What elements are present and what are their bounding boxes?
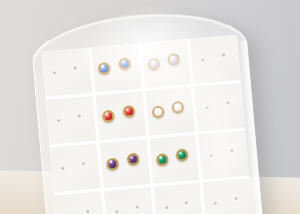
display-cell xyxy=(99,139,149,188)
lavender-crystal-pair-stud xyxy=(147,57,160,70)
earring-display-stand xyxy=(29,5,267,214)
display-cell xyxy=(104,187,154,214)
display-cell xyxy=(95,91,145,140)
display-cell xyxy=(194,83,244,132)
post-hole xyxy=(185,202,188,205)
post-hole xyxy=(53,71,56,74)
display-cell xyxy=(42,48,92,97)
post-hole xyxy=(115,210,118,213)
post-hole xyxy=(234,197,237,200)
post-hole xyxy=(135,206,138,209)
post-hole xyxy=(222,54,225,57)
post-hole xyxy=(73,67,76,70)
stand-backing-panel xyxy=(42,35,258,214)
post-hole xyxy=(202,58,205,61)
photo-scene xyxy=(0,0,300,214)
clear-crystal-pair-stud xyxy=(172,101,185,114)
post-hole xyxy=(230,149,233,152)
post-hole xyxy=(61,166,64,169)
display-cell xyxy=(199,130,249,179)
post-hole xyxy=(77,115,80,118)
amethyst-crystal-pair-stud xyxy=(126,153,139,166)
display-cell xyxy=(50,143,100,192)
blue-crystal-pair-stud xyxy=(98,62,111,75)
blue-crystal-pair-stud xyxy=(118,58,131,71)
display-cell xyxy=(145,87,195,136)
emerald-crystal-pair-stud xyxy=(176,149,189,162)
red-crystal-pair-stud xyxy=(102,109,115,122)
red-crystal-pair-stud xyxy=(122,105,135,118)
display-cell xyxy=(141,39,191,88)
post-hole xyxy=(82,162,85,165)
post-hole xyxy=(214,201,217,204)
post-hole xyxy=(206,106,209,109)
post-hole xyxy=(165,206,168,209)
display-cell xyxy=(46,96,96,145)
amethyst-crystal-pair-stud xyxy=(106,157,119,170)
earring-grid xyxy=(42,35,258,214)
display-cell xyxy=(91,44,141,93)
post-hole xyxy=(86,210,89,213)
display-cell xyxy=(190,35,240,84)
post-hole xyxy=(57,119,60,122)
display-cell xyxy=(54,191,104,214)
display-cell xyxy=(203,178,253,214)
display-cell xyxy=(149,135,199,184)
lavender-crystal-pair-stud xyxy=(167,53,180,66)
emerald-crystal-pair-stud xyxy=(156,153,169,166)
post-hole xyxy=(226,102,229,105)
display-cell xyxy=(153,183,203,214)
clear-crystal-pair-stud xyxy=(151,105,164,118)
post-hole xyxy=(210,153,213,156)
